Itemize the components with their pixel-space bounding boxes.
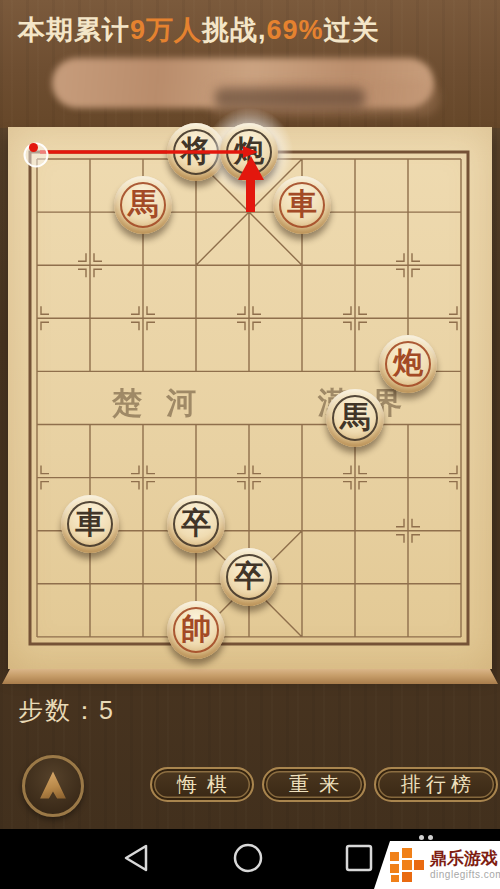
watermark-title: 鼎乐游戏 [430,850,500,869]
collapse-button[interactable] [22,755,84,817]
undo-move-button[interactable]: 悔棋 [150,767,254,802]
watermark-dot [419,835,424,840]
watermark-card: 鼎乐游戏 dinglegifts.com [374,841,500,889]
recents-icon[interactable] [347,846,371,870]
home-icon[interactable] [235,845,261,871]
watermark-dot [428,835,433,840]
dingle-logo-icon [390,848,424,882]
chevron-up-icon [36,769,70,801]
app-screen: 本期累计9万人挑战,69%过关 楚河 漢界 将炮馬車炮馬車卒卒帥 步数：5 悔棋… [0,0,500,889]
move-origin-red-dot [29,143,38,152]
horizontal-arrowhead-icon [243,146,258,158]
watermark-domain: dinglegifts.com [430,869,500,880]
back-icon[interactable] [126,846,146,870]
move-arrow-overlay [0,0,500,700]
up-arrowhead-icon [238,156,264,180]
leaderboard-button[interactable]: 排行榜 [374,767,498,802]
vertical-arrow-shaft [246,177,255,212]
restart-button[interactable]: 重来 [262,767,366,802]
steps-counter: 步数：5 [18,694,115,727]
